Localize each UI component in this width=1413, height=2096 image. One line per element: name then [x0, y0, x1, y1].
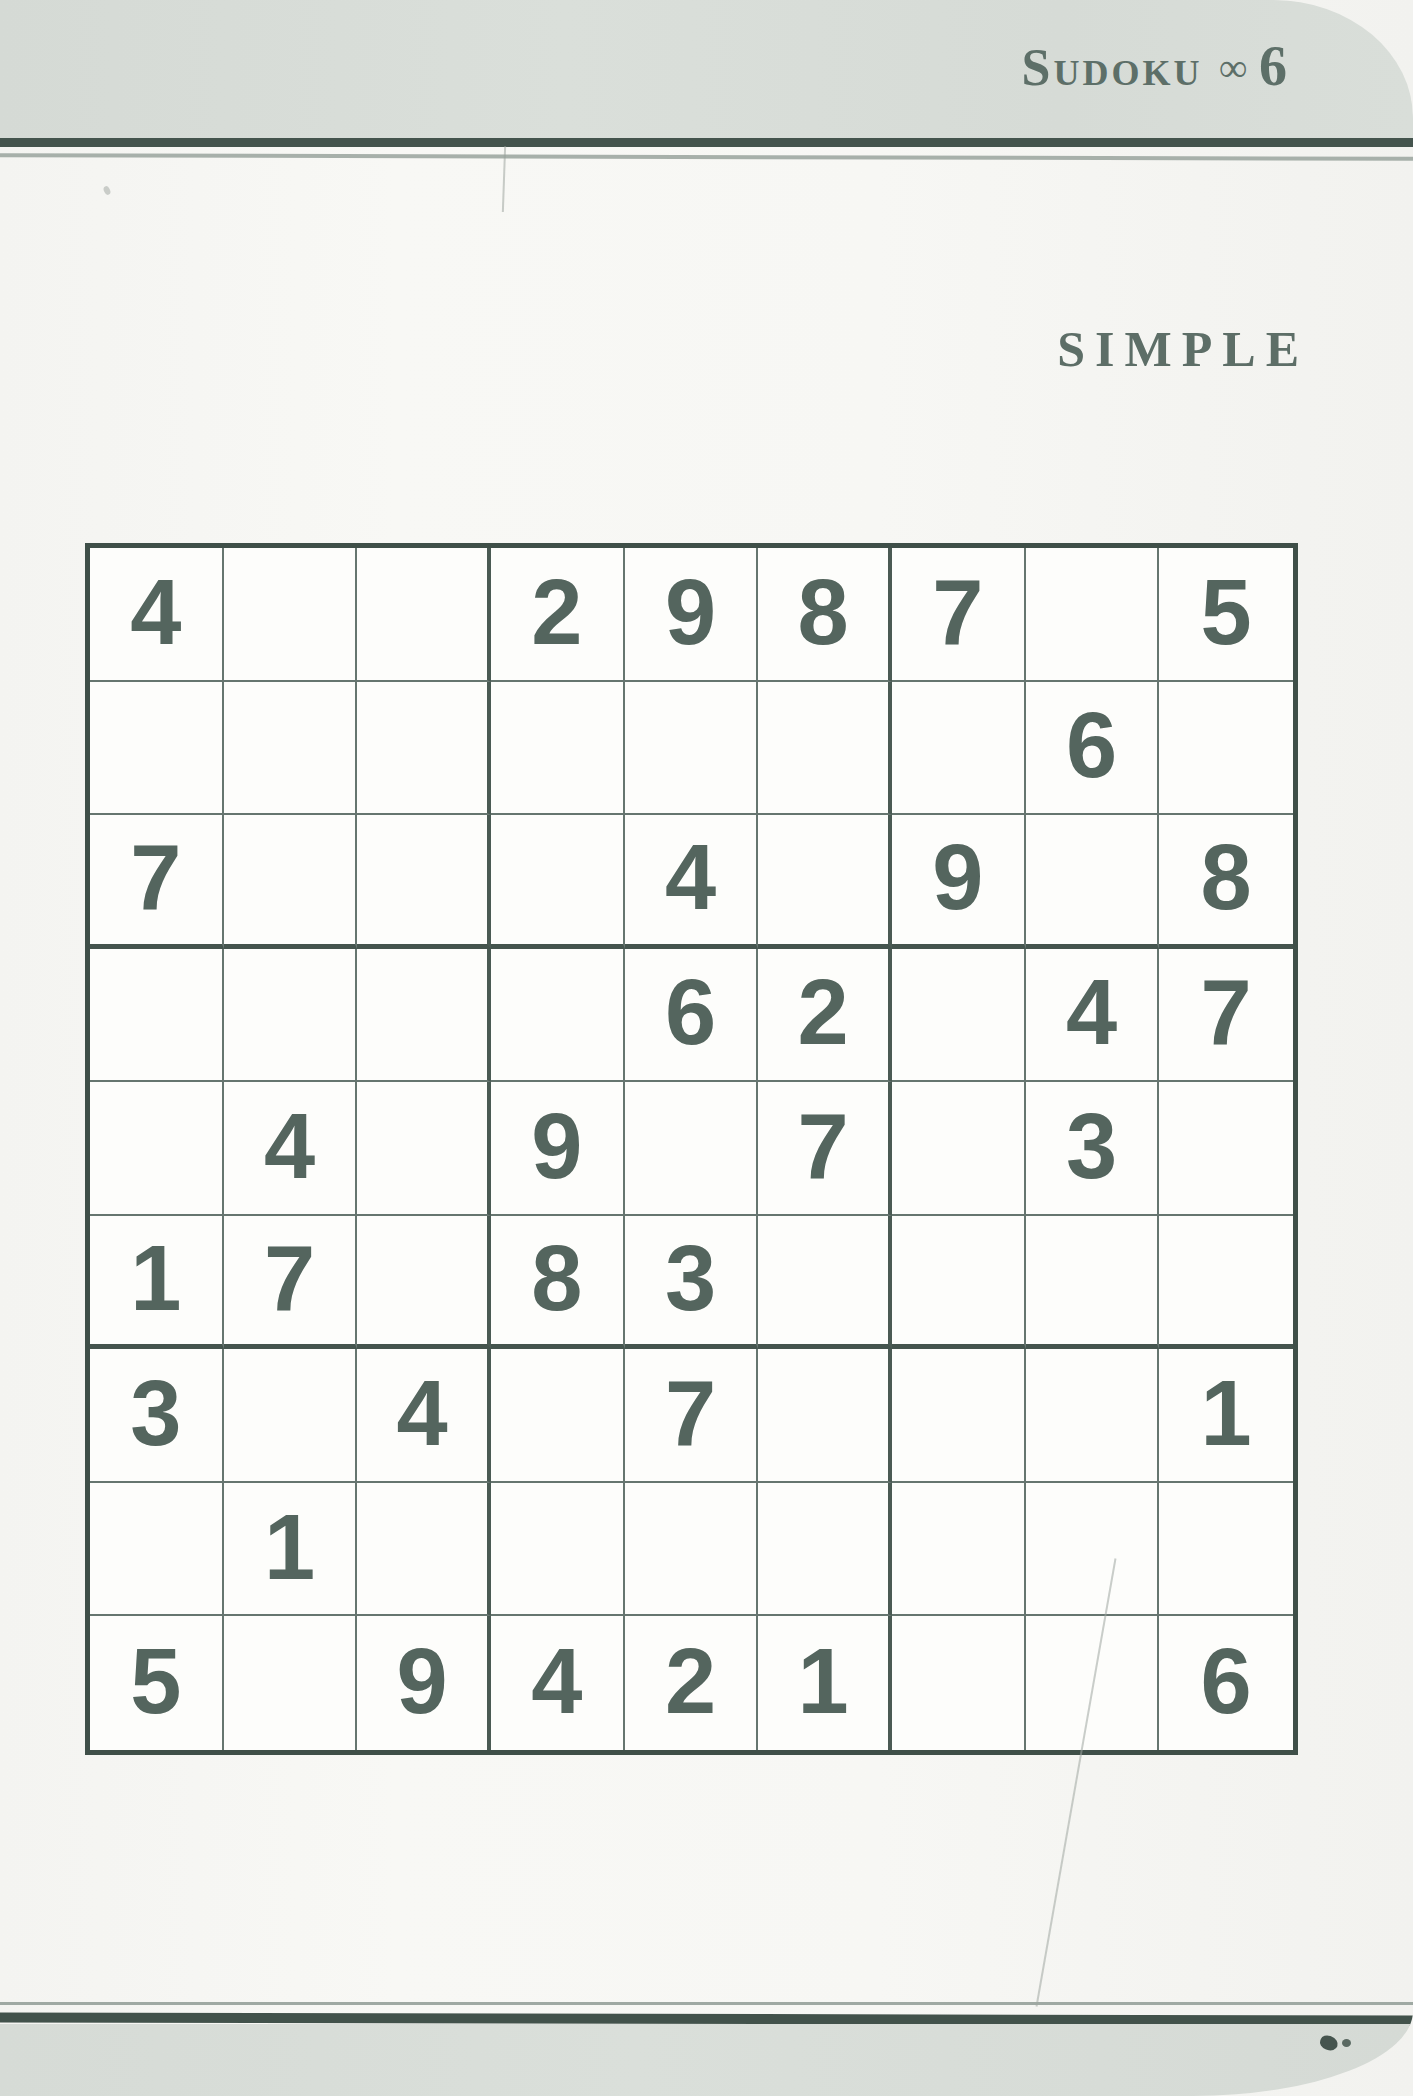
cell-r7c9[interactable]: 1: [1159, 1349, 1293, 1483]
given-digit: 1: [798, 1635, 849, 1727]
puzzle-title: Sudoku∞6: [1022, 34, 1287, 98]
cell-r9c1[interactable]: 5: [90, 1616, 224, 1750]
puzzle-number: 6: [1259, 35, 1287, 97]
given-digit: 9: [397, 1635, 448, 1727]
cell-r2c4[interactable]: [491, 682, 625, 816]
cell-r4c8[interactable]: 4: [1026, 949, 1160, 1083]
cell-r7c8[interactable]: [1026, 1349, 1160, 1483]
cell-r6c4[interactable]: 8: [491, 1216, 625, 1350]
given-digit: 3: [1066, 1100, 1117, 1192]
cell-r1c2[interactable]: [224, 548, 358, 682]
cell-r3c6[interactable]: [758, 815, 892, 949]
cell-r5c8[interactable]: 3: [1026, 1082, 1160, 1216]
given-digit: 6: [1201, 1635, 1252, 1727]
cell-r8c4[interactable]: [491, 1483, 625, 1617]
cell-r4c7[interactable]: [892, 949, 1026, 1083]
cell-r3c2[interactable]: [224, 815, 358, 949]
cell-r8c7[interactable]: [892, 1483, 1026, 1617]
header-rule-light: [0, 153, 1413, 161]
sudoku-board: 4298756749862474973178334711594216: [85, 543, 1298, 1755]
cell-r4c2[interactable]: [224, 949, 358, 1083]
given-digit: 7: [932, 566, 983, 658]
given-digit: 9: [531, 1100, 582, 1192]
cell-r3c3[interactable]: [357, 815, 491, 949]
cell-r5c3[interactable]: [357, 1082, 491, 1216]
given-digit: 6: [665, 966, 716, 1058]
cell-r5c2[interactable]: 4: [224, 1082, 358, 1216]
cell-r2c2[interactable]: [224, 682, 358, 816]
cell-r5c9[interactable]: [1159, 1082, 1293, 1216]
header-rule-dark: [0, 138, 1413, 147]
given-digit: 3: [665, 1232, 716, 1324]
given-digit: 7: [130, 831, 181, 923]
cell-r6c8[interactable]: [1026, 1216, 1160, 1350]
cell-r5c5[interactable]: [625, 1082, 759, 1216]
cell-r8c3[interactable]: [357, 1483, 491, 1617]
puzzle-title-word: Sudoku: [1022, 39, 1203, 96]
cell-r6c6[interactable]: [758, 1216, 892, 1350]
cell-r7c3[interactable]: 4: [357, 1349, 491, 1483]
given-digit: 4: [1066, 966, 1117, 1058]
cell-r7c6[interactable]: [758, 1349, 892, 1483]
difficulty-label: SIMPLE: [1057, 320, 1309, 378]
given-digit: 5: [1201, 566, 1252, 658]
cell-r5c1[interactable]: [90, 1082, 224, 1216]
given-digit: 7: [798, 1100, 849, 1192]
cell-r4c6[interactable]: 2: [758, 949, 892, 1083]
cell-r1c9[interactable]: 5: [1159, 548, 1293, 682]
cell-r9c5[interactable]: 2: [625, 1616, 759, 1750]
cell-r7c5[interactable]: 7: [625, 1349, 759, 1483]
cell-r2c3[interactable]: [357, 682, 491, 816]
given-digit: 7: [1201, 966, 1252, 1058]
cell-r7c7[interactable]: [892, 1349, 1026, 1483]
cell-r7c1[interactable]: 3: [90, 1349, 224, 1483]
cell-r2c9[interactable]: [1159, 682, 1293, 816]
given-digit: 9: [932, 831, 983, 923]
scanned-puzzle-page: Sudoku∞6 SIMPLE 429875674986247497317833…: [0, 0, 1413, 2096]
given-digit: 4: [264, 1100, 315, 1192]
cell-r4c9[interactable]: 7: [1159, 949, 1293, 1083]
cell-r3c7[interactable]: 9: [892, 815, 1026, 949]
cell-r7c2[interactable]: [224, 1349, 358, 1483]
cell-r6c9[interactable]: [1159, 1216, 1293, 1350]
given-digit: 7: [264, 1232, 315, 1324]
cell-r6c3[interactable]: [357, 1216, 491, 1350]
cell-r2c8[interactable]: 6: [1026, 682, 1160, 816]
cell-r1c5[interactable]: 9: [625, 548, 759, 682]
given-digit: 8: [531, 1232, 582, 1324]
cell-r9c6[interactable]: 1: [758, 1616, 892, 1750]
cell-r5c7[interactable]: [892, 1082, 1026, 1216]
given-digit: 1: [1201, 1367, 1252, 1459]
given-digit: 8: [1201, 831, 1252, 923]
given-digit: 2: [798, 966, 849, 1058]
cell-r3c1[interactable]: 7: [90, 815, 224, 949]
cell-r2c7[interactable]: [892, 682, 1026, 816]
given-digit: 9: [665, 566, 716, 658]
given-digit: 8: [798, 566, 849, 658]
cell-r9c9[interactable]: 6: [1159, 1616, 1293, 1750]
cell-r4c4[interactable]: [491, 949, 625, 1083]
given-digit: 5: [130, 1635, 181, 1727]
cell-r3c8[interactable]: [1026, 815, 1160, 949]
cell-r8c9[interactable]: [1159, 1483, 1293, 1617]
cell-r8c1[interactable]: [90, 1483, 224, 1617]
given-digit: 4: [130, 566, 181, 658]
given-digit: 4: [531, 1635, 582, 1727]
cell-r9c3[interactable]: 9: [357, 1616, 491, 1750]
cell-r1c7[interactable]: 7: [892, 548, 1026, 682]
given-digit: 3: [130, 1367, 181, 1459]
cell-r8c8[interactable]: [1026, 1483, 1160, 1617]
cell-r9c4[interactable]: 4: [491, 1616, 625, 1750]
cell-r4c1[interactable]: [90, 949, 224, 1083]
given-digit: 7: [665, 1367, 716, 1459]
cell-r2c6[interactable]: [758, 682, 892, 816]
given-digit: 1: [130, 1232, 181, 1324]
cell-r8c2[interactable]: 1: [224, 1483, 358, 1617]
cell-r6c5[interactable]: 3: [625, 1216, 759, 1350]
cell-r2c5[interactable]: [625, 682, 759, 816]
footer-rule-light: [0, 2002, 1413, 2005]
given-digit: 4: [397, 1367, 448, 1459]
cell-r9c2[interactable]: [224, 1616, 358, 1750]
cell-r9c7[interactable]: [892, 1616, 1026, 1750]
cell-r1c6[interactable]: 8: [758, 548, 892, 682]
cell-r6c1[interactable]: 1: [90, 1216, 224, 1350]
cell-r4c5[interactable]: 6: [625, 949, 759, 1083]
cell-r5c6[interactable]: 7: [758, 1082, 892, 1216]
given-digit: 2: [665, 1635, 716, 1727]
cell-r8c6[interactable]: [758, 1483, 892, 1617]
footer-zone: [0, 2000, 1413, 2096]
cell-r3c4[interactable]: [491, 815, 625, 949]
header-zone: Sudoku∞6: [0, 0, 1413, 170]
cell-r5c4[interactable]: 9: [491, 1082, 625, 1216]
cell-r3c9[interactable]: 8: [1159, 815, 1293, 949]
cell-r1c1[interactable]: 4: [90, 548, 224, 682]
footer-band: [0, 2024, 1413, 2096]
cell-r1c3[interactable]: [357, 548, 491, 682]
cell-r6c7[interactable]: [892, 1216, 1026, 1350]
cell-r2c1[interactable]: [90, 682, 224, 816]
cell-r1c4[interactable]: 2: [491, 548, 625, 682]
cell-r8c5[interactable]: [625, 1483, 759, 1617]
cell-r7c4[interactable]: [491, 1349, 625, 1483]
swash-ornament-icon: ∞: [1218, 45, 1247, 90]
cell-r6c2[interactable]: 7: [224, 1216, 358, 1350]
given-digit: 6: [1066, 699, 1117, 791]
cell-r1c8[interactable]: [1026, 548, 1160, 682]
scan-fleck: [102, 185, 111, 196]
ink-speck: [1342, 2039, 1351, 2047]
given-digit: 2: [531, 566, 582, 658]
given-digit: 4: [665, 831, 716, 923]
cell-r4c3[interactable]: [357, 949, 491, 1083]
given-digit: 1: [264, 1501, 315, 1593]
cell-r3c5[interactable]: 4: [625, 815, 759, 949]
